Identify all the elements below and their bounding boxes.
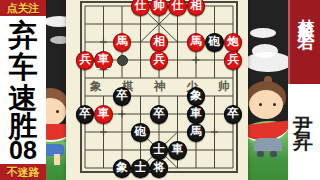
red-piece-A[interactable]: 仕 (168, 0, 187, 16)
red-piece-P[interactable]: 兵 (224, 51, 243, 70)
board-point: 車 (94, 105, 113, 123)
red-piece-C[interactable]: 炮 (224, 33, 243, 52)
black-piece-a[interactable]: 士 (131, 159, 150, 178)
black-piece-a[interactable]: 士 (150, 141, 169, 160)
board-point: 砲 (131, 123, 150, 141)
board-point: 仕 (168, 0, 187, 15)
red-piece-N[interactable]: 馬 (187, 33, 206, 52)
xiangqi-board: 象棋神少帅 仕帅仕相馬相馬砲炮兵車兵兵卒象卒車卒車卒砲馬士車象士将 (66, 0, 248, 180)
board-point: 卒 (113, 87, 132, 105)
red-piece-P[interactable]: 兵 (150, 51, 169, 70)
board-point: 炮 (224, 33, 243, 51)
piece-grid: 仕帅仕相馬相馬砲炮兵車兵兵卒象卒車卒車卒砲馬士車象士将 (76, 0, 243, 177)
black-piece-c[interactable]: 砲 (131, 123, 150, 142)
girl-leg (54, 154, 60, 165)
title-char: 车 (0, 52, 46, 83)
boy-eye (273, 103, 276, 106)
board-point: 卒 (150, 105, 169, 123)
red-piece-B[interactable]: 相 (150, 33, 169, 52)
board-point: 相 (187, 0, 206, 15)
title-char: 弃 (0, 20, 46, 51)
board-point: 兵 (224, 51, 243, 69)
red-player-banner: 楚般若 (288, 0, 320, 84)
boy-shirt (254, 138, 282, 151)
board-point (113, 51, 132, 69)
board-point: 士 (150, 141, 169, 159)
red-piece-N[interactable]: 馬 (113, 33, 132, 52)
board-point: 車 (187, 105, 206, 123)
cloud (250, 28, 276, 38)
dont-get-lost-badge: 不迷路 (0, 164, 46, 180)
board-point: 象 (113, 159, 132, 177)
black-player-banner: 尹昇 (288, 100, 320, 130)
red-piece-R[interactable]: 車 (94, 105, 113, 124)
black-piece-r[interactable]: 車 (168, 141, 187, 160)
right-panel: 楚般若 尹昇 (288, 0, 320, 180)
boy-face (249, 90, 283, 119)
board-point: 将 (150, 159, 169, 177)
black-piece-p[interactable]: 卒 (76, 105, 95, 124)
board-point: 兵 (76, 51, 95, 69)
red-piece-A[interactable]: 仕 (131, 0, 150, 16)
black-piece-p[interactable]: 卒 (150, 105, 169, 124)
board-point: 車 (168, 141, 187, 159)
board-point: 兵 (150, 51, 169, 69)
black-piece-p[interactable]: 卒 (224, 105, 243, 124)
board-point (94, 51, 113, 69)
last-move-origin-marker (117, 55, 128, 66)
black-piece-b[interactable]: 象 (187, 87, 206, 106)
red-piece-B[interactable]: 相 (187, 0, 206, 16)
red-player-name: 楚般若 (295, 5, 318, 26)
girl-eye (56, 110, 59, 113)
red-piece-K[interactable]: 帅 (150, 0, 169, 16)
boy-shoe (270, 151, 277, 157)
episode-number: 08 (0, 136, 46, 165)
boy-shoe (257, 151, 264, 157)
black-piece-p[interactable]: 卒 (113, 87, 132, 106)
thumbnail: 象棋神少帅 仕帅仕相馬相馬砲炮兵車兵兵卒象卒車卒車卒砲馬士車象士将 点关注 弃 … (0, 0, 320, 180)
boy-eye (259, 103, 262, 106)
board-point: 相 (150, 33, 169, 51)
last-move-destination-marker (94, 51, 113, 69)
board-point: 仕 (131, 0, 150, 15)
board-point: 馬 (187, 123, 206, 141)
black-piece-r[interactable]: 車 (187, 105, 206, 124)
board-point: 馬 (187, 33, 206, 51)
black-piece-b[interactable]: 象 (113, 159, 132, 178)
black-piece-n[interactable]: 馬 (187, 123, 206, 142)
follow-badge: 点关注 (0, 0, 46, 16)
cloud (252, 44, 278, 58)
board-point: 士 (131, 159, 150, 177)
board-point: 馬 (113, 33, 132, 51)
red-piece-P[interactable]: 兵 (76, 51, 95, 70)
black-piece-k[interactable]: 将 (150, 159, 169, 178)
board-point: 象 (187, 87, 206, 105)
board-point: 帅 (150, 0, 169, 15)
left-panel: 点关注 弃 车 速 胜 08 不迷路 (0, 0, 46, 180)
board-point: 砲 (205, 33, 224, 51)
board-point: 卒 (76, 105, 95, 123)
board-point: 卒 (224, 105, 243, 123)
black-player-name: 尹昇 (291, 100, 318, 130)
black-piece-c[interactable]: 砲 (205, 33, 224, 52)
